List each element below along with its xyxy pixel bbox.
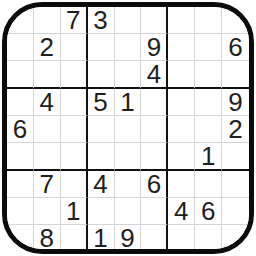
- cell-r2c3[interactable]: [61, 34, 88, 61]
- cell-r7c9[interactable]: [222, 171, 249, 198]
- cell-r1c1[interactable]: [7, 7, 34, 34]
- cell-r4c9[interactable]: 9: [222, 89, 249, 116]
- cell-r6c6[interactable]: [141, 143, 168, 171]
- cell-r5c8[interactable]: [195, 116, 222, 143]
- cell-r1c8[interactable]: [195, 7, 222, 34]
- cell-r2c9[interactable]: 6: [222, 34, 249, 61]
- cell-r9c7[interactable]: [168, 225, 195, 251]
- cell-r1c9[interactable]: [222, 7, 249, 34]
- cell-r8c2[interactable]: [34, 198, 61, 225]
- cell-r5c4[interactable]: [88, 116, 115, 143]
- cell-r3c1[interactable]: [7, 61, 34, 89]
- cell-r8c3[interactable]: 1: [61, 198, 88, 225]
- cell-r9c2[interactable]: 8: [34, 225, 61, 251]
- cell-r8c7[interactable]: 4: [168, 198, 195, 225]
- cell-r4c2[interactable]: 4: [34, 89, 61, 116]
- cell-r2c5[interactable]: [115, 34, 142, 61]
- cell-r5c7[interactable]: [168, 116, 195, 143]
- cell-r7c6[interactable]: 6: [141, 171, 168, 198]
- cell-r3c6[interactable]: 4: [141, 61, 168, 89]
- cell-r9c8[interactable]: [195, 225, 222, 251]
- cell-r3c8[interactable]: [195, 61, 222, 89]
- cell-r8c1[interactable]: [7, 198, 34, 225]
- cell-r3c9[interactable]: [222, 61, 249, 89]
- cell-r3c4[interactable]: [88, 61, 115, 89]
- cell-r2c8[interactable]: [195, 34, 222, 61]
- cell-r7c5[interactable]: [115, 171, 142, 198]
- cell-r3c2[interactable]: [34, 61, 61, 89]
- cell-r9c9[interactable]: [222, 225, 249, 251]
- cell-r4c3[interactable]: [61, 89, 88, 116]
- cell-r1c7[interactable]: [168, 7, 195, 34]
- cell-r1c6[interactable]: [141, 7, 168, 34]
- cell-r6c1[interactable]: [7, 143, 34, 171]
- cell-r9c3[interactable]: [61, 225, 88, 251]
- cell-r6c2[interactable]: [34, 143, 61, 171]
- cell-r9c6[interactable]: [141, 225, 168, 251]
- cell-r4c7[interactable]: [168, 89, 195, 116]
- cell-r7c2[interactable]: 7: [34, 171, 61, 198]
- cell-r9c5[interactable]: 9: [115, 225, 142, 251]
- cell-r6c5[interactable]: [115, 143, 142, 171]
- cell-r4c4[interactable]: 5: [88, 89, 115, 116]
- sudoku-grid: 7329644519621746146819: [7, 7, 249, 249]
- cell-r5c9[interactable]: 2: [222, 116, 249, 143]
- cell-r1c4[interactable]: 3: [88, 7, 115, 34]
- cell-r7c4[interactable]: 4: [88, 171, 115, 198]
- cell-r2c6[interactable]: 9: [141, 34, 168, 61]
- cell-r1c5[interactable]: [115, 7, 142, 34]
- cell-r2c4[interactable]: [88, 34, 115, 61]
- cell-r9c4[interactable]: 1: [88, 225, 115, 251]
- cell-r4c8[interactable]: [195, 89, 222, 116]
- cell-r5c6[interactable]: [141, 116, 168, 143]
- cell-r7c7[interactable]: [168, 171, 195, 198]
- cell-r5c2[interactable]: [34, 116, 61, 143]
- cell-r1c2[interactable]: [34, 7, 61, 34]
- cell-r2c2[interactable]: 2: [34, 34, 61, 61]
- cell-r6c8[interactable]: 1: [195, 143, 222, 171]
- cell-r8c9[interactable]: [222, 198, 249, 225]
- cell-r5c5[interactable]: [115, 116, 142, 143]
- cell-r5c3[interactable]: [61, 116, 88, 143]
- cell-r6c4[interactable]: [88, 143, 115, 171]
- cell-r1c3[interactable]: 7: [61, 7, 88, 34]
- cell-r7c3[interactable]: [61, 171, 88, 198]
- cell-r3c7[interactable]: [168, 61, 195, 89]
- cell-r6c7[interactable]: [168, 143, 195, 171]
- sudoku-app: 7329644519621746146819: [0, 0, 256, 256]
- cell-r6c3[interactable]: [61, 143, 88, 171]
- cell-r8c8[interactable]: 6: [195, 198, 222, 225]
- cell-r4c1[interactable]: [7, 89, 34, 116]
- cell-r8c5[interactable]: [115, 198, 142, 225]
- cell-r6c9[interactable]: [222, 143, 249, 171]
- cell-r9c1[interactable]: [7, 225, 34, 251]
- cell-r7c1[interactable]: [7, 171, 34, 198]
- cell-r8c4[interactable]: [88, 198, 115, 225]
- sudoku-board: 7329644519621746146819: [2, 2, 254, 254]
- cell-r3c3[interactable]: [61, 61, 88, 89]
- cell-r2c7[interactable]: [168, 34, 195, 61]
- cell-r5c1[interactable]: 6: [7, 116, 34, 143]
- cell-r3c5[interactable]: [115, 61, 142, 89]
- cell-r7c8[interactable]: [195, 171, 222, 198]
- cell-r4c6[interactable]: [141, 89, 168, 116]
- cell-r4c5[interactable]: 1: [115, 89, 142, 116]
- cell-r2c1[interactable]: [7, 34, 34, 61]
- cell-r8c6[interactable]: [141, 198, 168, 225]
